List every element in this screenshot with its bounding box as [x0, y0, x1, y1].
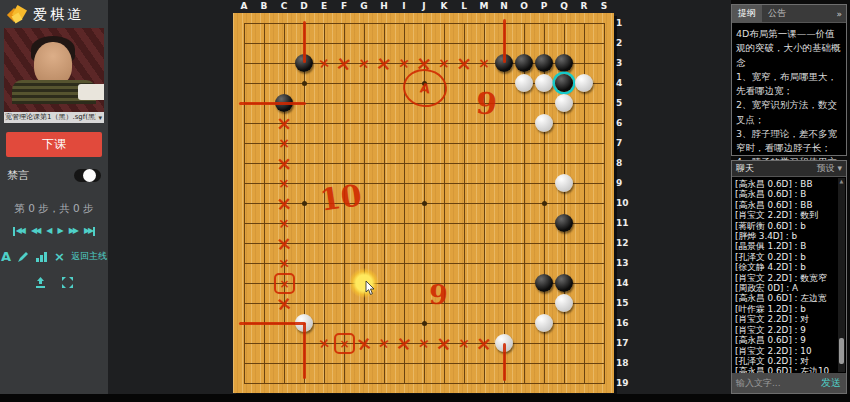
app-logo-icon: [8, 6, 26, 24]
fullscreen-icon[interactable]: [61, 276, 74, 289]
row-label: 11: [616, 218, 638, 228]
row-label: 19: [616, 378, 638, 388]
row-label: 17: [616, 338, 638, 348]
x-mark: ×: [273, 132, 295, 154]
collapse-panel-icon[interactable]: »: [836, 9, 846, 19]
label-tool-button[interactable]: A: [1, 249, 11, 264]
row-label: 5: [616, 98, 638, 108]
black-stone[interactable]: [555, 214, 573, 232]
white-stone[interactable]: [555, 174, 573, 192]
x-mark: ×: [272, 251, 296, 275]
row-label: 7: [616, 138, 638, 148]
sidebar-bottom-row: [34, 276, 74, 289]
chat-message: [高永昌 0.6D] : 9: [735, 335, 836, 345]
column-label: L: [455, 1, 473, 11]
column-label: D: [295, 1, 313, 11]
chat-scrollbar-thumb[interactable]: [839, 338, 844, 364]
erase-marks-button[interactable]: ×: [54, 249, 65, 264]
chat-input-bar: 输入文字... 发送: [732, 373, 846, 393]
black-stone[interactable]: [555, 274, 573, 292]
chat-message: [徐文静 4.2D] : b: [735, 262, 836, 272]
star-point: [542, 201, 547, 206]
chat-message: [肖宝文 2.2D] : 数宽窄: [735, 273, 836, 283]
brush-tool-icon[interactable]: [17, 251, 29, 263]
row-label: 18: [616, 358, 638, 368]
chat-message: [高永昌 0.6D] : BB: [735, 179, 836, 189]
black-stone[interactable]: [535, 54, 553, 72]
chat-message: [周政宏 0D] : A: [735, 283, 836, 293]
column-label: E: [315, 1, 333, 11]
row-label: 1: [616, 18, 638, 28]
go-board[interactable]: ××××××××××××××××××××××××××××A9109 ABCDEF…: [225, 0, 637, 394]
tools-row: A × 返回主线: [1, 249, 107, 264]
chat-message: [肖宝文 2.2D] : 数到: [735, 210, 836, 220]
column-label: K: [435, 1, 453, 11]
skip-start-button[interactable]: ◀◀: [13, 225, 25, 237]
row-label: 4: [616, 78, 638, 88]
chat-message: [高永昌 0.6D] : B: [735, 189, 836, 199]
white-stone[interactable]: [535, 314, 553, 332]
column-label: N: [495, 1, 513, 11]
notes-line: 1、宽窄，布局哪里大，先看哪边宽；: [736, 70, 842, 99]
chat-message: [叶作霖 1.2D] : b: [735, 304, 836, 314]
red-line: [239, 102, 306, 105]
step-forward-button[interactable]: ▶: [57, 225, 63, 237]
chat-scrollbar[interactable]: ▲: [838, 178, 845, 372]
chat-message-list: ▲ [高永昌 0.6D] : BB[高永昌 0.6D] : B[高永昌 0.6D…: [732, 177, 846, 373]
chat-message: [肖宝文 2.2D] : 对: [735, 314, 836, 324]
row-label: 16: [616, 318, 638, 328]
column-label: H: [375, 1, 393, 11]
x-mark: ×: [312, 331, 337, 356]
star-point: [422, 321, 427, 326]
upload-icon[interactable]: [34, 276, 47, 289]
star-point: [302, 81, 307, 86]
bottom-strip: [0, 394, 850, 402]
chat-message: [高永昌 0.6D] : 左边宽: [735, 293, 836, 303]
white-stone[interactable]: [535, 114, 553, 132]
row-label: 14: [616, 278, 638, 288]
tab-announcement[interactable]: 公告: [762, 5, 792, 22]
playback-controls: ◀◀◀◀◀▶▶▶▶▶: [13, 225, 96, 237]
chat-message: [孔泽文 0.2D] : b: [735, 252, 836, 262]
lecture-notes-panel: 提纲 公告 » 4D布局第一课——价值观的突破，大小的基础概念1、宽窄，布局哪里…: [731, 4, 847, 156]
red-digit: 9: [429, 281, 449, 309]
chat-message: [晶景俱 1.2D] : B: [735, 241, 836, 251]
fast-rewind-button[interactable]: ◀◀: [30, 225, 40, 237]
column-label: M: [475, 1, 493, 11]
app-title: 爱棋道: [33, 6, 84, 24]
red-line: [303, 21, 306, 63]
column-label: J: [415, 1, 433, 11]
red-digit: 9: [474, 88, 497, 120]
red-line: [503, 343, 506, 381]
chat-message: [胖烨 3.4D] : b: [735, 231, 836, 241]
white-stone[interactable]: [515, 74, 533, 92]
left-sidebar: 爱棋道 宽管理论课第1（黑）.sgf(黑) ▾ 下课 禁言 第 0 步，共 0 …: [0, 0, 108, 394]
row-label: 12: [616, 238, 638, 248]
return-mainline-button[interactable]: 返回主线: [71, 250, 107, 263]
mute-row: 禁言: [7, 168, 101, 183]
row-label: 9: [616, 178, 638, 188]
sgf-file-dropdown[interactable]: 宽管理论课第1（黑）.sgf(黑) ▾: [4, 112, 104, 123]
chat-message: [蒋昕衡 0.6D] : b: [735, 221, 836, 231]
column-label: G: [355, 1, 373, 11]
chat-message: [高永昌 0.6D] : BB: [735, 200, 836, 210]
column-label: R: [575, 1, 593, 11]
boxed-x-mark: ×: [274, 273, 295, 294]
red-digit: 10: [318, 180, 364, 216]
notes-line: 4D布局第一课——价值观的突破，大小的基础概念: [736, 27, 842, 70]
fast-forward-button[interactable]: ▶▶: [68, 225, 78, 237]
chevron-down-icon: ▾: [96, 114, 104, 122]
mute-label: 禁言: [7, 168, 29, 183]
chat-header: 聊天 预设 ▾: [732, 161, 846, 177]
mute-toggle-knob: [83, 169, 96, 182]
chat-preset-dropdown[interactable]: 预设 ▾: [817, 162, 842, 175]
row-label: 2: [616, 38, 638, 48]
black-stone[interactable]: [515, 54, 533, 72]
black-stone[interactable]: [555, 54, 573, 72]
chat-input[interactable]: 输入文字...: [732, 377, 821, 390]
red-line: [303, 323, 306, 379]
boxed-x-mark: ×: [334, 333, 355, 354]
white-stone[interactable]: [555, 94, 573, 112]
chat-message: [肖宝文 2.2D] : 9: [735, 325, 836, 335]
row-label: 3: [616, 58, 638, 68]
column-label: O: [515, 1, 533, 11]
chat-message: [孔泽文 0.2D] : 对: [735, 356, 836, 366]
row-label: 13: [616, 258, 638, 268]
column-label: B: [255, 1, 273, 11]
end-class-button[interactable]: 下课: [6, 132, 102, 157]
notes-tabbar: 提纲 公告 »: [732, 5, 846, 23]
notes-line: 3、脖子理论，差不多宽窄时，看哪边脖子长；: [736, 127, 842, 156]
x-mark: ×: [472, 331, 495, 354]
scroll-up-icon[interactable]: ▲: [838, 178, 845, 185]
column-label: A: [235, 1, 253, 11]
row-label: 8: [616, 158, 638, 168]
row-label: 15: [616, 298, 638, 308]
column-label: P: [535, 1, 553, 11]
app-logo-row: 爱棋道: [0, 0, 84, 28]
white-stone[interactable]: [575, 74, 593, 92]
tab-outline[interactable]: 提纲: [732, 5, 762, 22]
skip-end-button[interactable]: ▶▶: [83, 225, 95, 237]
white-stone[interactable]: [535, 74, 553, 92]
black-stone[interactable]: [555, 74, 573, 92]
row-label: 6: [616, 118, 638, 128]
mute-toggle[interactable]: [74, 169, 101, 182]
black-stone[interactable]: [535, 274, 553, 292]
step-back-button[interactable]: ◀: [45, 225, 51, 237]
x-mark: ×: [273, 112, 295, 134]
step-counter: 第 0 步，共 0 步: [14, 202, 93, 216]
chat-panel: 聊天 预设 ▾ ▲ [高永昌 0.6D] : BB[高永昌 0.6D] : B[…: [731, 160, 847, 394]
notes-line: 2、宽窄识别方法，数交叉点；: [736, 98, 842, 127]
chat-message: [高永昌 0.6D] : 左边10: [735, 366, 836, 373]
background-pillow: [78, 84, 104, 100]
column-label: S: [595, 1, 613, 11]
star-point: [422, 201, 427, 206]
column-label: Q: [555, 1, 573, 11]
row-label: 10: [616, 198, 638, 208]
chart-tool-icon[interactable]: [35, 251, 48, 263]
star-point: [302, 201, 307, 206]
column-label: I: [395, 1, 413, 11]
x-mark: ×: [473, 52, 496, 75]
send-button[interactable]: 发送: [821, 376, 846, 390]
red-line: [239, 322, 306, 325]
chat-message: [肖宝文 2.2D] : 10: [735, 346, 836, 356]
column-label: F: [335, 1, 353, 11]
chat-title: 聊天: [736, 162, 754, 175]
mouse-cursor: [365, 281, 376, 300]
white-stone[interactable]: [555, 294, 573, 312]
sgf-file-name: 宽管理论课第1（黑）.sgf(黑): [4, 112, 96, 123]
teacher-video: [4, 28, 104, 112]
column-label: C: [275, 1, 293, 11]
red-line: [503, 19, 506, 63]
x-mark: ×: [272, 291, 297, 316]
